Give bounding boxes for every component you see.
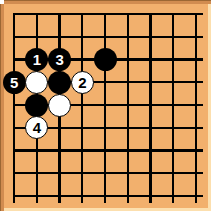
stone-black-3: 3 [48, 48, 71, 71]
stone-black [94, 48, 117, 71]
stones-layer: 13524 [3, 3, 208, 208]
stone-white-2: 2 [71, 71, 94, 94]
stone-white [48, 94, 71, 117]
stone-black-1: 1 [25, 48, 48, 71]
stone-black-5: 5 [3, 71, 26, 94]
stone-black [48, 71, 71, 94]
go-board-diagram: 13524 [0, 0, 211, 211]
stone-black [25, 94, 48, 117]
go-board: 13524 [4, 4, 208, 208]
stone-white [25, 71, 48, 94]
board-edge-highlight-right [208, 4, 211, 211]
board-edge-highlight-bottom [4, 208, 211, 211]
stone-white-4: 4 [25, 116, 48, 139]
